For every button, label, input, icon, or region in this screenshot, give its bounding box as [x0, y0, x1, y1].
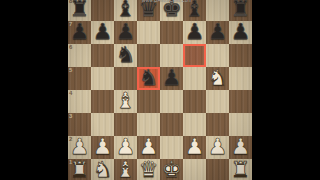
square-g2[interactable]: ♟ [206, 136, 229, 159]
square-f1[interactable] [183, 159, 206, 180]
black-knight-c6[interactable]: ♞ [114, 43, 137, 66]
rank-label-1: 1 [69, 159, 72, 166]
black-rook-h8[interactable]: ♜ [229, 0, 252, 20]
black-pawn-c7[interactable]: ♟ [114, 20, 137, 43]
white-knight-g5[interactable]: ♞ [206, 66, 229, 89]
square-a8[interactable]: 8♜ [68, 0, 91, 21]
square-e4[interactable] [160, 90, 183, 113]
white-king-e1[interactable]: ♚ [160, 158, 183, 180]
square-c8[interactable]: ♝ [114, 0, 137, 21]
square-e1[interactable]: ♚ [160, 159, 183, 180]
square-c5[interactable] [114, 67, 137, 90]
black-pawn-h7[interactable]: ♟ [229, 20, 252, 43]
bandicam-watermark: www.BANDICAM.com [142, 0, 192, 4]
white-rook-h1[interactable]: ♜ [229, 158, 252, 180]
square-b5[interactable] [91, 67, 114, 90]
square-b6[interactable] [91, 44, 114, 67]
square-b8[interactable] [91, 0, 114, 21]
square-b4[interactable] [91, 90, 114, 113]
square-c1[interactable]: ♝ [114, 159, 137, 180]
black-pawn-g7[interactable]: ♟ [206, 20, 229, 43]
square-b2[interactable]: ♟ [91, 136, 114, 159]
square-f7[interactable]: ♟ [183, 21, 206, 44]
square-b3[interactable] [91, 113, 114, 136]
rank-label-4: 4 [69, 90, 72, 97]
square-g8[interactable] [206, 0, 229, 21]
square-a4[interactable]: 4 [68, 90, 91, 113]
rank-label-8: 8 [69, 0, 72, 5]
square-d5[interactable]: ♞ [137, 67, 160, 90]
square-f5[interactable] [183, 67, 206, 90]
square-c4[interactable]: ♝ [114, 90, 137, 113]
square-h6[interactable] [229, 44, 252, 67]
square-g6[interactable] [206, 44, 229, 67]
square-d7[interactable] [137, 21, 160, 44]
square-g4[interactable] [206, 90, 229, 113]
square-h7[interactable]: ♟ [229, 21, 252, 44]
square-d3[interactable] [137, 113, 160, 136]
square-f2[interactable]: ♟ [183, 136, 206, 159]
square-f3[interactable] [183, 113, 206, 136]
square-h3[interactable] [229, 113, 252, 136]
square-h2[interactable]: ♟ [229, 136, 252, 159]
square-h4[interactable] [229, 90, 252, 113]
video-frame: 8♜♝♛♚♝♜7♟♟♟♟♟♟6♞5♞♟♞4♝32♟♟♟♟♟♟♟1♜♞♝♛♚♜ w… [0, 0, 320, 180]
square-e2[interactable] [160, 136, 183, 159]
square-e7[interactable] [160, 21, 183, 44]
black-pawn-e5[interactable]: ♟ [160, 66, 183, 89]
white-pawn-c2[interactable]: ♟ [114, 135, 137, 158]
rank-label-3: 3 [69, 113, 72, 120]
rank-label-7: 7 [69, 21, 72, 28]
square-c7[interactable]: ♟ [114, 21, 137, 44]
square-c2[interactable]: ♟ [114, 136, 137, 159]
square-a5[interactable]: 5 [68, 67, 91, 90]
rank-label-2: 2 [69, 136, 72, 143]
white-pawn-d2[interactable]: ♟ [137, 135, 160, 158]
white-knight-b1[interactable]: ♞ [91, 158, 114, 180]
rank-label-6: 6 [69, 44, 72, 51]
square-g3[interactable] [206, 113, 229, 136]
square-g7[interactable]: ♟ [206, 21, 229, 44]
square-e3[interactable] [160, 113, 183, 136]
white-pawn-f2[interactable]: ♟ [183, 135, 206, 158]
black-bishop-c8[interactable]: ♝ [114, 0, 137, 20]
square-a3[interactable]: 3 [68, 113, 91, 136]
square-c6[interactable]: ♞ [114, 44, 137, 67]
white-queen-d1[interactable]: ♛ [137, 158, 160, 180]
square-h5[interactable] [229, 67, 252, 90]
white-bishop-c1[interactable]: ♝ [114, 158, 137, 180]
square-g5[interactable]: ♞ [206, 67, 229, 90]
square-e6[interactable] [160, 44, 183, 67]
black-knight-d5[interactable]: ♞ [137, 66, 160, 89]
black-pawn-b7[interactable]: ♟ [91, 20, 114, 43]
square-f4[interactable] [183, 90, 206, 113]
chess-board: 8♜♝♛♚♝♜7♟♟♟♟♟♟6♞5♞♟♞4♝32♟♟♟♟♟♟♟1♜♞♝♛♚♜ [68, 0, 252, 180]
white-pawn-b2[interactable]: ♟ [91, 135, 114, 158]
square-a7[interactable]: 7♟ [68, 21, 91, 44]
white-bishop-c4[interactable]: ♝ [114, 89, 137, 112]
square-b1[interactable]: ♞ [91, 159, 114, 180]
square-f6[interactable] [183, 44, 206, 67]
square-b7[interactable]: ♟ [91, 21, 114, 44]
white-pawn-h2[interactable]: ♟ [229, 135, 252, 158]
square-c3[interactable] [114, 113, 137, 136]
square-a6[interactable]: 6 [68, 44, 91, 67]
white-pawn-g2[interactable]: ♟ [206, 135, 229, 158]
square-d1[interactable]: ♛ [137, 159, 160, 180]
square-a2[interactable]: 2♟ [68, 136, 91, 159]
square-d4[interactable] [137, 90, 160, 113]
square-d2[interactable]: ♟ [137, 136, 160, 159]
square-h1[interactable]: ♜ [229, 159, 252, 180]
square-e5[interactable]: ♟ [160, 67, 183, 90]
black-pawn-f7[interactable]: ♟ [183, 20, 206, 43]
square-g1[interactable] [206, 159, 229, 180]
rank-label-5: 5 [69, 67, 72, 74]
square-h8[interactable]: ♜ [229, 0, 252, 21]
square-d6[interactable] [137, 44, 160, 67]
square-a1[interactable]: 1♜ [68, 159, 91, 180]
